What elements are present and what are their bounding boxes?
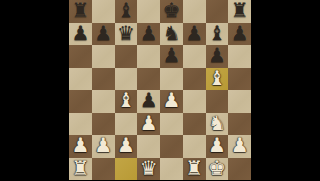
square-b5[interactable]	[92, 68, 115, 91]
video-frame: ♜♝♚♜♟♟♛♟♞♟♝♟♟♟♝♝♟♟♟♞♟♟♟♟♟♜♛♜♚	[0, 0, 320, 180]
square-b2[interactable]: ♟	[92, 135, 115, 158]
square-c8[interactable]: ♝	[115, 0, 138, 23]
square-c2[interactable]: ♟	[115, 135, 138, 158]
piece-black-pawn-g6[interactable]: ♟	[208, 45, 226, 65]
square-c3[interactable]	[115, 113, 138, 136]
square-g4[interactable]	[206, 90, 229, 113]
square-f1[interactable]: ♜	[183, 158, 206, 181]
piece-black-rook-a8[interactable]: ♜	[71, 0, 89, 20]
square-f2[interactable]	[183, 135, 206, 158]
square-a7[interactable]: ♟	[69, 23, 92, 46]
square-h1[interactable]	[228, 158, 251, 181]
square-b3[interactable]	[92, 113, 115, 136]
square-f7[interactable]: ♟	[183, 23, 206, 46]
piece-black-bishop-g7[interactable]: ♝	[208, 23, 226, 43]
square-c6[interactable]	[115, 45, 138, 68]
square-d6[interactable]	[137, 45, 160, 68]
piece-white-pawn-a2[interactable]: ♟	[71, 135, 89, 155]
piece-black-pawn-d7[interactable]: ♟	[140, 23, 158, 43]
square-e6[interactable]: ♟	[160, 45, 183, 68]
square-f8[interactable]	[183, 0, 206, 23]
square-d8[interactable]	[137, 0, 160, 23]
chess-board: ♜♝♚♜♟♟♛♟♞♟♝♟♟♟♝♝♟♟♟♞♟♟♟♟♟♜♛♜♚	[69, 0, 251, 180]
square-e8[interactable]: ♚	[160, 0, 183, 23]
piece-black-pawn-f7[interactable]: ♟	[185, 23, 203, 43]
square-b6[interactable]	[92, 45, 115, 68]
square-d3[interactable]: ♟	[137, 113, 160, 136]
piece-white-pawn-c2[interactable]: ♟	[117, 135, 135, 155]
square-h5[interactable]	[228, 68, 251, 91]
square-b4[interactable]	[92, 90, 115, 113]
square-h4[interactable]	[228, 90, 251, 113]
square-h7[interactable]: ♟	[228, 23, 251, 46]
piece-white-pawn-b2[interactable]: ♟	[94, 135, 112, 155]
square-e2[interactable]	[160, 135, 183, 158]
piece-white-bishop-g5[interactable]: ♝	[208, 68, 226, 88]
square-e5[interactable]	[160, 68, 183, 91]
square-d5[interactable]	[137, 68, 160, 91]
piece-black-queen-c7[interactable]: ♛	[117, 23, 135, 43]
piece-white-rook-a1[interactable]: ♜	[71, 158, 89, 178]
piece-white-bishop-c4[interactable]: ♝	[117, 90, 135, 110]
square-e4[interactable]: ♟	[160, 90, 183, 113]
square-g8[interactable]	[206, 0, 229, 23]
square-h2[interactable]: ♟	[228, 135, 251, 158]
square-g6[interactable]: ♟	[206, 45, 229, 68]
square-d7[interactable]: ♟	[137, 23, 160, 46]
square-b1[interactable]	[92, 158, 115, 181]
square-d4[interactable]: ♟	[137, 90, 160, 113]
square-d2[interactable]	[137, 135, 160, 158]
square-e3[interactable]	[160, 113, 183, 136]
piece-black-bishop-c8[interactable]: ♝	[117, 0, 135, 20]
square-c1[interactable]	[115, 158, 138, 181]
square-f3[interactable]	[183, 113, 206, 136]
piece-white-king-g1[interactable]: ♚	[208, 158, 226, 178]
square-a1[interactable]: ♜	[69, 158, 92, 181]
piece-black-pawn-b7[interactable]: ♟	[94, 23, 112, 43]
piece-white-pawn-g2[interactable]: ♟	[208, 135, 226, 155]
piece-black-rook-h8[interactable]: ♜	[231, 0, 249, 20]
square-f6[interactable]	[183, 45, 206, 68]
square-h6[interactable]	[228, 45, 251, 68]
square-a6[interactable]	[69, 45, 92, 68]
square-f5[interactable]	[183, 68, 206, 91]
square-e1[interactable]	[160, 158, 183, 181]
piece-white-knight-g3[interactable]: ♞	[208, 113, 226, 133]
square-a4[interactable]	[69, 90, 92, 113]
square-g2[interactable]: ♟	[206, 135, 229, 158]
square-a2[interactable]: ♟	[69, 135, 92, 158]
square-c5[interactable]	[115, 68, 138, 91]
square-c7[interactable]: ♛	[115, 23, 138, 46]
square-b7[interactable]: ♟	[92, 23, 115, 46]
square-c4[interactable]: ♝	[115, 90, 138, 113]
square-h3[interactable]	[228, 113, 251, 136]
square-f4[interactable]	[183, 90, 206, 113]
piece-white-pawn-h2[interactable]: ♟	[231, 135, 249, 155]
piece-black-pawn-a7[interactable]: ♟	[71, 23, 89, 43]
square-a8[interactable]: ♜	[69, 0, 92, 23]
piece-black-pawn-h7[interactable]: ♟	[231, 23, 249, 43]
square-g3[interactable]: ♞	[206, 113, 229, 136]
square-a5[interactable]	[69, 68, 92, 91]
piece-white-rook-f1[interactable]: ♜	[185, 158, 203, 178]
piece-white-queen-d1[interactable]: ♛	[140, 158, 158, 178]
square-g7[interactable]: ♝	[206, 23, 229, 46]
square-h8[interactable]: ♜	[228, 0, 251, 23]
piece-white-pawn-e4[interactable]: ♟	[162, 90, 180, 110]
piece-black-knight-e7[interactable]: ♞	[162, 23, 180, 43]
square-b8[interactable]	[92, 0, 115, 23]
square-e7[interactable]: ♞	[160, 23, 183, 46]
square-g1[interactable]: ♚	[206, 158, 229, 181]
square-g5[interactable]: ♝	[206, 68, 229, 91]
piece-black-king-e8[interactable]: ♚	[162, 0, 180, 20]
square-a3[interactable]	[69, 113, 92, 136]
square-d1[interactable]: ♛	[137, 158, 160, 181]
piece-white-pawn-d3[interactable]: ♟	[140, 113, 158, 133]
piece-black-pawn-e6[interactable]: ♟	[162, 45, 180, 65]
piece-black-pawn-d4[interactable]: ♟	[140, 90, 158, 110]
